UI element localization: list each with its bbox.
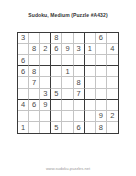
cell-r9c7[interactable] [85,122,96,133]
cell-r8c1[interactable] [18,111,29,122]
cell-r8c7[interactable] [85,111,96,122]
cell-r7c1[interactable]: 4 [18,100,29,111]
cell-r4c7[interactable] [85,66,96,77]
cell-r6c5[interactable] [62,89,73,100]
cell-r6c2[interactable] [29,89,40,100]
cell-r9c1[interactable]: 1 [18,122,29,133]
cell-r1c3[interactable] [40,33,51,44]
cell-r5c5[interactable] [62,77,73,88]
cell-r9c9[interactable] [107,122,118,133]
cell-r9c5[interactable] [62,122,73,133]
cell-r2c2[interactable]: 8 [29,44,40,55]
cell-r5c7[interactable] [85,77,96,88]
page-title: Sudoku, Medium (Puzzle #A432) [0,12,136,18]
cell-r8c8[interactable]: 9 [96,111,107,122]
cell-r4c6[interactable] [74,66,85,77]
cell-r5c9[interactable] [107,77,118,88]
cell-r1c2[interactable] [29,33,40,44]
cell-r3c1[interactable]: 6 [18,55,29,66]
cell-r5c6[interactable]: 8 [74,77,85,88]
cell-r4c4[interactable] [51,66,62,77]
cell-r5c1[interactable] [18,77,29,88]
sudoku-board: 3868269314668178357469921568 [17,32,119,134]
cell-r9c8[interactable]: 8 [96,122,107,133]
cell-r2c3[interactable]: 2 [40,44,51,55]
cell-r7c2[interactable]: 6 [29,100,40,111]
cell-r7c9[interactable] [107,100,118,111]
cell-r1c5[interactable] [62,33,73,44]
cell-r2c5[interactable]: 9 [62,44,73,55]
cell-r9c6[interactable]: 6 [74,122,85,133]
cell-r7c4[interactable] [51,100,62,111]
cell-r3c4[interactable] [51,55,62,66]
footer-url: www.sudoku-puzzles.net [0,166,136,171]
cell-r8c9[interactable]: 2 [107,111,118,122]
cell-r4c3[interactable] [40,66,51,77]
cell-r4c1[interactable]: 6 [18,66,29,77]
cell-r6c8[interactable] [96,89,107,100]
cell-r4c9[interactable] [107,66,118,77]
cell-r1c7[interactable] [85,33,96,44]
cell-r7c3[interactable]: 9 [40,100,51,111]
cell-r7c5[interactable] [62,100,73,111]
cell-r1c6[interactable] [74,33,85,44]
cell-r5c3[interactable] [40,77,51,88]
cell-r2c9[interactable]: 4 [107,44,118,55]
cell-r3c7[interactable] [85,55,96,66]
cell-r2c8[interactable] [96,44,107,55]
cell-r3c9[interactable] [107,55,118,66]
cell-r3c5[interactable] [62,55,73,66]
cell-r4c8[interactable] [96,66,107,77]
cell-r7c6[interactable] [74,100,85,111]
cell-r1c1[interactable]: 3 [18,33,29,44]
cell-r5c2[interactable]: 7 [29,77,40,88]
cell-r4c2[interactable]: 8 [29,66,40,77]
cell-r2c7[interactable]: 1 [85,44,96,55]
cell-r6c9[interactable] [107,89,118,100]
cell-r6c3[interactable]: 3 [40,89,51,100]
cell-r4c5[interactable]: 1 [62,66,73,77]
cell-r3c6[interactable] [74,55,85,66]
sudoku-page: Sudoku, Medium (Puzzle #A432) 3868269314… [0,0,136,176]
cell-r7c8[interactable] [96,100,107,111]
cell-r8c4[interactable] [51,111,62,122]
cell-r1c4[interactable]: 8 [51,33,62,44]
cell-r3c8[interactable] [96,55,107,66]
cell-r8c3[interactable] [40,111,51,122]
cell-r2c1[interactable] [18,44,29,55]
cell-r5c4[interactable] [51,77,62,88]
cell-r2c6[interactable]: 3 [74,44,85,55]
cell-r3c2[interactable] [29,55,40,66]
cell-r6c4[interactable]: 5 [51,89,62,100]
cell-r9c3[interactable] [40,122,51,133]
cell-r6c7[interactable] [85,89,96,100]
cell-r5c8[interactable] [96,77,107,88]
cell-r9c4[interactable]: 5 [51,122,62,133]
cell-r1c8[interactable]: 6 [96,33,107,44]
cell-r7c7[interactable] [85,100,96,111]
cell-r6c6[interactable]: 7 [74,89,85,100]
cell-r8c2[interactable] [29,111,40,122]
cell-r1c9[interactable] [107,33,118,44]
cell-r8c5[interactable] [62,111,73,122]
cell-r6c1[interactable] [18,89,29,100]
cell-r3c3[interactable] [40,55,51,66]
cell-r2c4[interactable]: 6 [51,44,62,55]
cell-r8c6[interactable] [74,111,85,122]
cell-r9c2[interactable] [29,122,40,133]
